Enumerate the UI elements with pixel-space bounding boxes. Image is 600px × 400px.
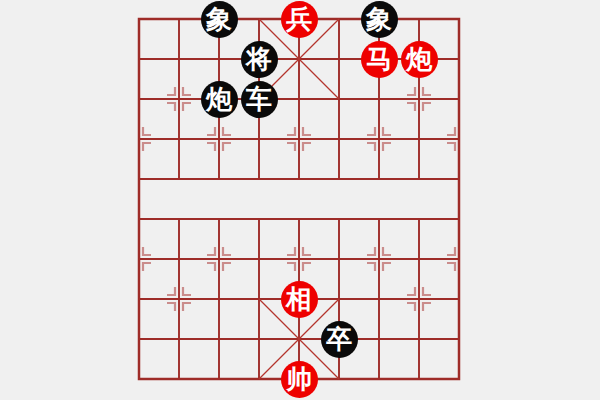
- piece-black-chariot[interactable]: 车: [241, 81, 278, 118]
- piece-layer: 象兵象将马炮炮车相卒帅: [119, 0, 479, 399]
- xiangqi-board: 象兵象将马炮炮车相卒帅: [139, 19, 459, 379]
- piece-black-cannon[interactable]: 炮: [201, 81, 238, 118]
- piece-red-general[interactable]: 帅: [281, 361, 318, 398]
- piece-red-soldier[interactable]: 兵: [281, 1, 318, 38]
- piece-black-general[interactable]: 将: [241, 41, 278, 78]
- piece-red-elephant[interactable]: 相: [281, 281, 318, 318]
- piece-red-cannon[interactable]: 炮: [401, 41, 438, 78]
- xiangqi-screenshot: 象兵象将马炮炮车相卒帅: [0, 0, 600, 400]
- piece-black-soldier[interactable]: 卒: [321, 321, 358, 358]
- piece-red-horse[interactable]: 马: [361, 41, 398, 78]
- piece-black-elephant[interactable]: 象: [201, 1, 238, 38]
- piece-black-elephant[interactable]: 象: [361, 1, 398, 38]
